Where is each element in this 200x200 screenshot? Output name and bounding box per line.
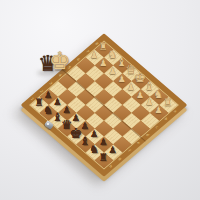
file-label: a (173, 109, 178, 113)
file-label: f (128, 149, 132, 152)
white-pawn[interactable]: ♟ (136, 90, 144, 99)
black-knight[interactable]: ♞ (89, 144, 99, 155)
white-pawn[interactable]: ♟ (127, 82, 135, 91)
black-pawn[interactable]: ♟ (62, 106, 70, 115)
clasp-plate (44, 120, 54, 130)
white-pawn[interactable]: ♟ (108, 66, 116, 75)
white-knight[interactable]: ♞ (153, 88, 163, 99)
rank-label: 7 (85, 49, 90, 53)
black-pawn[interactable]: ♟ (99, 137, 107, 146)
black-pawn[interactable]: ♟ (108, 145, 116, 154)
offboard-white-king[interactable]: ♚ (49, 49, 71, 73)
file-label: b (164, 117, 169, 121)
rank-label: 1 (30, 97, 35, 101)
clasp-glint (47, 123, 49, 125)
white-pawn[interactable]: ♟ (99, 58, 107, 67)
black-pawn[interactable]: ♟ (53, 98, 61, 107)
white-pawn[interactable]: ♟ (118, 74, 126, 83)
black-rook[interactable]: ♜ (99, 152, 108, 162)
rank-label: 3 (49, 81, 54, 85)
file-label: h (109, 164, 114, 168)
black-pawn[interactable]: ♟ (72, 114, 80, 123)
rank-label: 8 (95, 42, 100, 46)
file-label: c (155, 125, 159, 129)
metal-clasp-icon (42, 119, 56, 132)
file-label: g (118, 157, 123, 161)
black-pawn[interactable]: ♟ (90, 130, 98, 139)
file-label: e (136, 141, 141, 145)
white-rook[interactable]: ♜ (163, 97, 172, 107)
white-pawn[interactable]: ♟ (154, 106, 162, 115)
file-label: d (146, 133, 151, 137)
product-photo: ♜♞♝♛♚♝♞♜♟♟♟♟♟♟♟♟♟♟♟♟♟♟♟♟♜♞♝♛♚♝♞♜ abcdefg… (0, 0, 200, 200)
rank-label: 2 (39, 89, 44, 93)
white-pawn[interactable]: ♟ (145, 98, 153, 107)
rank-label: 6 (76, 57, 81, 61)
